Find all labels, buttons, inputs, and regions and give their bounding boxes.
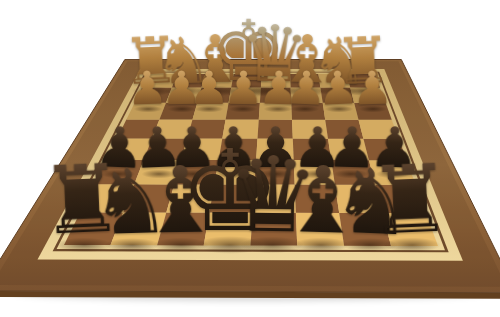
pieces-layer: ♜♞♝♚♛♝♞♜♟♟♟♟♟♟♟♟♟♟♟♟♟♟♟♟♜♞♝♚♛♝♞♜ bbox=[0, 0, 500, 317]
chess-piece-black-rook: ♜ bbox=[366, 151, 454, 248]
chess-piece-white-pawn: ♟ bbox=[351, 64, 394, 111]
chess-set-photo: ♜♞♝♚♛♝♞♜♟♟♟♟♟♟♟♟♟♟♟♟♟♟♟♟♜♞♝♚♛♝♞♜ bbox=[0, 0, 500, 317]
